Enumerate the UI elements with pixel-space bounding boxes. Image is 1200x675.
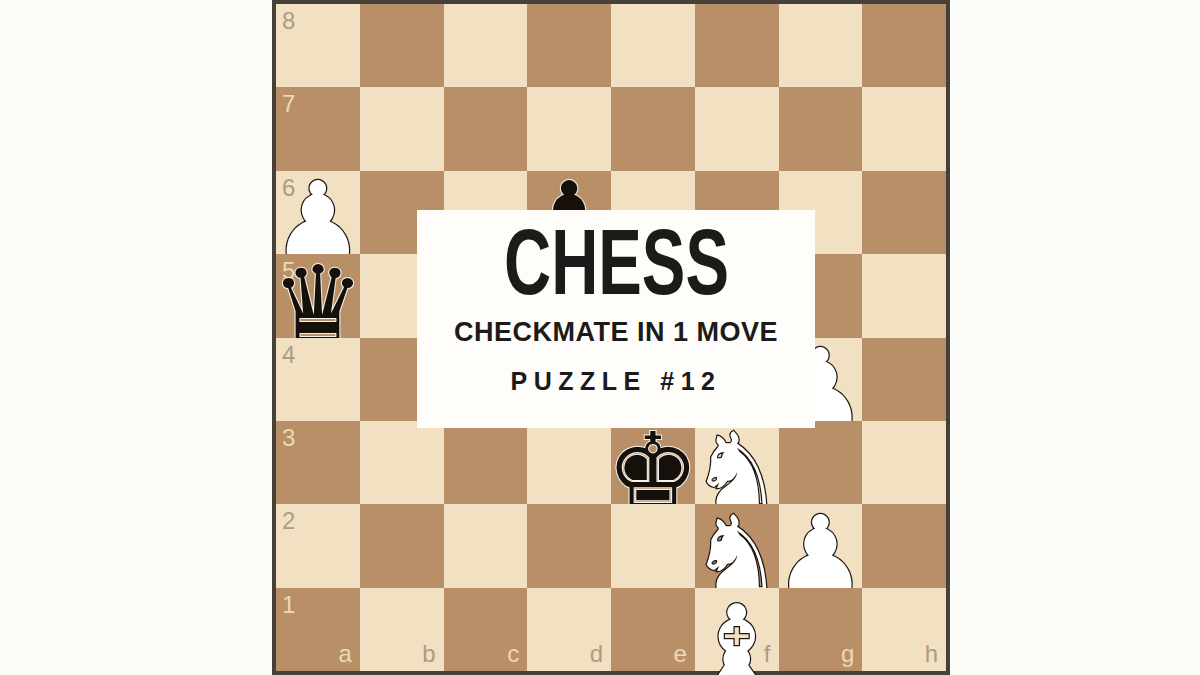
file-label-f: f — [764, 642, 771, 666]
file-label-c: c — [507, 642, 519, 666]
card-subtitle: CHECKMATE IN 1 MOVE — [454, 317, 778, 348]
square-b7 — [360, 87, 444, 170]
square-h3 — [862, 421, 946, 504]
square-c2 — [444, 504, 528, 587]
square-e1: e — [611, 588, 695, 671]
square-d1: d — [527, 588, 611, 671]
square-h4 — [862, 338, 946, 421]
square-e2 — [611, 504, 695, 587]
square-d3 — [527, 421, 611, 504]
square-d2 — [527, 504, 611, 587]
square-h1: h — [862, 588, 946, 671]
rank-label-5: 5 — [282, 259, 295, 283]
file-label-a: a — [338, 642, 351, 666]
square-c1: c — [444, 588, 528, 671]
rank-label-1: 1 — [282, 593, 295, 617]
rank-label-8: 8 — [282, 9, 295, 33]
square-g7 — [779, 87, 863, 170]
square-f2: ♞ — [695, 504, 779, 587]
square-e3: ♚ — [611, 421, 695, 504]
square-a3: 3 — [276, 421, 360, 504]
card-title: CHESS — [503, 216, 728, 308]
square-b1: b — [360, 588, 444, 671]
square-e8 — [611, 4, 695, 87]
file-label-h: h — [925, 642, 938, 666]
square-h7 — [862, 87, 946, 170]
square-g8 — [779, 4, 863, 87]
file-label-g: g — [841, 642, 854, 666]
square-c3 — [444, 421, 528, 504]
square-c7 — [444, 87, 528, 170]
square-h5 — [862, 254, 946, 337]
file-label-d: d — [590, 642, 603, 666]
square-h8 — [862, 4, 946, 87]
square-b8 — [360, 4, 444, 87]
file-label-b: b — [422, 642, 435, 666]
square-d7 — [527, 87, 611, 170]
chess-puzzle-graphic: { "game": "chess", "position": "8/8/P2p4… — [0, 0, 1200, 675]
white-bishop-f1: ♝ — [685, 590, 789, 675]
square-a5: 5♛ — [276, 254, 360, 337]
square-g2: ♟ — [779, 504, 863, 587]
square-c8 — [444, 4, 528, 87]
square-a8: 8 — [276, 4, 360, 87]
square-h2 — [862, 504, 946, 587]
rank-label-7: 7 — [282, 92, 295, 116]
square-f7 — [695, 87, 779, 170]
square-f3: ♞ — [695, 421, 779, 504]
square-a4: 4 — [276, 338, 360, 421]
square-a2: 2 — [276, 504, 360, 587]
card-puzzle-label: PUZZLE #12 — [511, 367, 722, 396]
square-b3 — [360, 421, 444, 504]
square-a7: 7 — [276, 87, 360, 170]
square-g1: g — [779, 588, 863, 671]
rank-label-2: 2 — [282, 509, 295, 533]
square-e7 — [611, 87, 695, 170]
square-f1: f♝ — [695, 588, 779, 671]
rank-label-4: 4 — [282, 343, 295, 367]
rank-label-3: 3 — [282, 426, 295, 450]
rank-label-6: 6 — [282, 176, 295, 200]
square-a1: 1a — [276, 588, 360, 671]
file-label-e: e — [673, 642, 686, 666]
square-d8 — [527, 4, 611, 87]
square-h6 — [862, 171, 946, 254]
square-f8 — [695, 4, 779, 87]
square-g3 — [779, 421, 863, 504]
overlay-card: CHESS CHECKMATE IN 1 MOVE PUZZLE #12 — [417, 210, 815, 428]
square-a6: 6♟ — [276, 171, 360, 254]
square-b2 — [360, 504, 444, 587]
